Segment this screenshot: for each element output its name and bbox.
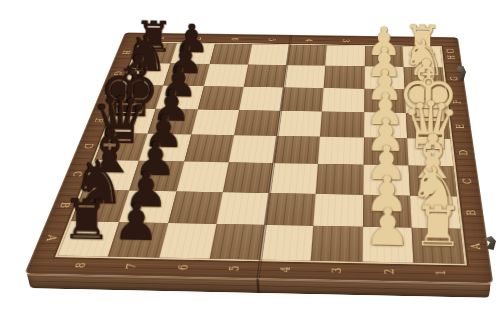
square-a4	[260, 224, 313, 260]
rank-label-6: 6	[223, 29, 246, 49]
square-g6	[204, 64, 248, 86]
square-e3	[320, 111, 364, 137]
rank-label-1: 1	[411, 32, 432, 52]
square-g4	[284, 65, 326, 88]
rank-label-3: 3	[336, 30, 356, 50]
chess-set-product-photo: 87654321 87654321 HGFEDCBA HGFEDCBA ♜♟♟♜…	[0, 0, 500, 313]
square-f4	[280, 87, 323, 111]
square-b3	[314, 193, 363, 226]
square-a6	[159, 222, 217, 258]
square-d4	[273, 136, 320, 164]
rank-label-5: 5	[260, 29, 282, 49]
fold-seam-front-edge	[256, 278, 259, 292]
square-d5	[228, 135, 277, 163]
square-c6	[176, 161, 228, 191]
file-label-h: H	[431, 51, 471, 62]
square-g3	[324, 65, 365, 88]
square-f6	[197, 85, 243, 109]
square-c4	[269, 163, 318, 193]
square-c5	[223, 162, 274, 192]
piece-black-rook: ♜	[62, 190, 112, 247]
square-b6	[168, 191, 223, 224]
square-f5	[239, 86, 284, 110]
folding-chess-board: 87654321 87654321 HGFEDCBA HGFEDCBA ♜♟♟♜…	[24, 32, 493, 283]
square-e5	[234, 110, 281, 136]
square-e6	[191, 109, 239, 135]
square-f3	[322, 87, 364, 111]
square-a7: ♟	[108, 221, 168, 257]
square-d3	[318, 136, 363, 164]
perspective-container: 87654321 87654321 HGFEDCBA HGFEDCBA ♜♟♟♜…	[0, 0, 500, 313]
file-label-g: G	[433, 72, 474, 84]
square-c3	[316, 164, 363, 194]
square-a1: ♜	[411, 227, 464, 263]
square-e4	[277, 110, 322, 136]
file-label-g: G	[96, 67, 140, 79]
square-g5	[244, 64, 287, 86]
square-a8: ♜	[58, 220, 120, 255]
square-d6	[184, 134, 234, 162]
square-b4	[265, 192, 316, 225]
piece-white-pawn: ♟	[364, 200, 411, 252]
piece-white-rook: ♜	[413, 197, 464, 254]
square-a2: ♟	[362, 226, 413, 262]
square-b5	[216, 191, 269, 224]
rank-label-2: 2	[374, 31, 393, 51]
square-a5	[209, 223, 265, 259]
square-a3	[311, 225, 362, 261]
piece-black-pawn: ♟	[113, 196, 159, 248]
rank-label-4: 4	[298, 30, 319, 50]
file-label-h: H	[105, 47, 147, 58]
